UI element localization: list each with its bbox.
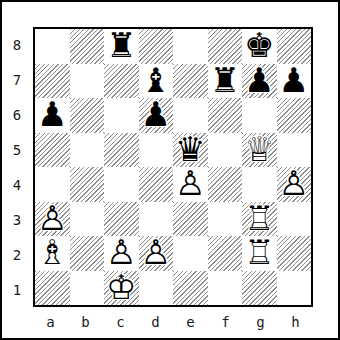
square-a5[interactable] bbox=[35, 133, 70, 168]
piece-silhouette: ♜ bbox=[106, 29, 136, 63]
piece-silhouette: ♟ bbox=[141, 98, 171, 132]
chess-diagram: 87654321 ♜♜♚♚♝♝♜♜♟♟♟♟♟♟♟♟♛♛♛♕♟♙♟♙♟♙♜♖♝♗♟… bbox=[0, 0, 340, 340]
black-queen-icon: ♛ bbox=[175, 132, 205, 166]
square-a2[interactable]: ♝♗ bbox=[35, 236, 70, 271]
piece-silhouette: ♟ bbox=[279, 167, 309, 201]
chess-board: ♜♜♚♚♝♝♜♜♟♟♟♟♟♟♟♟♛♛♛♕♟♙♟♙♟♙♜♖♝♗♟♙♟♙♜♖♚♔ bbox=[33, 27, 313, 307]
square-h3[interactable] bbox=[277, 202, 312, 237]
square-h8[interactable] bbox=[277, 29, 312, 64]
white-pawn-icon: ♙ bbox=[141, 236, 171, 270]
white-queen-icon: ♕ bbox=[244, 132, 274, 166]
rank-label-3: 3 bbox=[4, 202, 30, 237]
rank-labels: 87654321 bbox=[4, 27, 30, 307]
square-g6[interactable] bbox=[242, 98, 277, 133]
white-rook-icon: ♖ bbox=[244, 236, 274, 270]
white-king-icon: ♔ bbox=[106, 270, 136, 304]
square-f2[interactable] bbox=[208, 236, 243, 271]
square-b1[interactable] bbox=[70, 271, 105, 306]
square-g7[interactable]: ♟♟ bbox=[242, 64, 277, 99]
square-e6[interactable] bbox=[173, 98, 208, 133]
piece-white-pawn-a3[interactable]: ♟♙ bbox=[35, 202, 70, 237]
square-h5[interactable] bbox=[277, 133, 312, 168]
piece-silhouette: ♟ bbox=[279, 63, 309, 97]
piece-black-queen-e5[interactable]: ♛♛ bbox=[173, 133, 208, 168]
square-a8[interactable] bbox=[35, 29, 70, 64]
piece-black-bishop-d7[interactable]: ♝♝ bbox=[139, 64, 174, 99]
square-c2[interactable]: ♟♙ bbox=[104, 236, 139, 271]
file-label-e: e bbox=[173, 309, 208, 335]
black-rook-icon: ♜ bbox=[210, 63, 240, 97]
rank-label-5: 5 bbox=[4, 132, 30, 167]
file-label-h: h bbox=[278, 309, 313, 335]
square-a1[interactable] bbox=[35, 271, 70, 306]
rank-label-4: 4 bbox=[4, 167, 30, 202]
piece-silhouette: ♟ bbox=[141, 236, 171, 270]
piece-silhouette: ♜ bbox=[244, 236, 274, 270]
square-e4[interactable]: ♟♙ bbox=[173, 167, 208, 202]
square-a6[interactable]: ♟♟ bbox=[35, 98, 70, 133]
square-c6[interactable] bbox=[104, 98, 139, 133]
file-label-g: g bbox=[243, 309, 278, 335]
piece-white-rook-g2[interactable]: ♜♖ bbox=[242, 236, 277, 271]
square-e3[interactable] bbox=[173, 202, 208, 237]
square-f1[interactable] bbox=[208, 271, 243, 306]
white-pawn-icon: ♙ bbox=[175, 167, 205, 201]
square-b6[interactable] bbox=[70, 98, 105, 133]
piece-black-pawn-h7[interactable]: ♟♟ bbox=[277, 64, 312, 99]
square-c3[interactable] bbox=[104, 202, 139, 237]
piece-white-pawn-h4[interactable]: ♟♙ bbox=[277, 167, 312, 202]
square-f3[interactable] bbox=[208, 202, 243, 237]
square-h2[interactable] bbox=[277, 236, 312, 271]
white-pawn-icon: ♙ bbox=[37, 201, 67, 235]
rank-label-7: 7 bbox=[4, 62, 30, 97]
piece-silhouette: ♟ bbox=[244, 63, 274, 97]
file-label-a: a bbox=[33, 309, 68, 335]
square-g8[interactable]: ♚♚ bbox=[242, 29, 277, 64]
piece-black-pawn-g7[interactable]: ♟♟ bbox=[242, 64, 277, 99]
square-f7[interactable]: ♜♜ bbox=[208, 64, 243, 99]
black-pawn-icon: ♟ bbox=[279, 63, 309, 97]
square-g4[interactable] bbox=[242, 167, 277, 202]
square-f8[interactable] bbox=[208, 29, 243, 64]
black-pawn-icon: ♟ bbox=[141, 98, 171, 132]
piece-silhouette: ♟ bbox=[37, 98, 67, 132]
square-c5[interactable] bbox=[104, 133, 139, 168]
square-a3[interactable]: ♟♙ bbox=[35, 202, 70, 237]
piece-silhouette: ♚ bbox=[244, 29, 274, 63]
black-pawn-icon: ♟ bbox=[37, 98, 67, 132]
square-b7[interactable] bbox=[70, 64, 105, 99]
square-a7[interactable] bbox=[35, 64, 70, 99]
piece-black-rook-c8[interactable]: ♜♜ bbox=[104, 29, 139, 64]
square-h7[interactable]: ♟♟ bbox=[277, 64, 312, 99]
square-f6[interactable] bbox=[208, 98, 243, 133]
piece-silhouette: ♝ bbox=[141, 63, 171, 97]
rank-label-8: 8 bbox=[4, 27, 30, 62]
piece-black-king-g8[interactable]: ♚♚ bbox=[242, 29, 277, 64]
square-e7[interactable] bbox=[173, 64, 208, 99]
piece-white-queen-g5[interactable]: ♛♕ bbox=[242, 133, 277, 168]
rank-label-1: 1 bbox=[4, 272, 30, 307]
square-g2[interactable]: ♜♖ bbox=[242, 236, 277, 271]
square-e8[interactable] bbox=[173, 29, 208, 64]
square-e2[interactable] bbox=[173, 236, 208, 271]
piece-silhouette: ♜ bbox=[210, 63, 240, 97]
square-a4[interactable] bbox=[35, 167, 70, 202]
white-pawn-icon: ♙ bbox=[106, 236, 136, 270]
square-d7[interactable]: ♝♝ bbox=[139, 64, 174, 99]
file-label-d: d bbox=[138, 309, 173, 335]
white-bishop-icon: ♗ bbox=[37, 236, 67, 270]
rank-label-6: 6 bbox=[4, 97, 30, 132]
square-h6[interactable] bbox=[277, 98, 312, 133]
square-d1[interactable] bbox=[139, 271, 174, 306]
rank-label-2: 2 bbox=[4, 237, 30, 272]
piece-black-rook-f7[interactable]: ♜♜ bbox=[208, 64, 243, 99]
square-b2[interactable] bbox=[70, 236, 105, 271]
piece-white-rook-g3[interactable]: ♜♖ bbox=[242, 202, 277, 237]
file-label-f: f bbox=[208, 309, 243, 335]
square-c7[interactable] bbox=[104, 64, 139, 99]
square-d6[interactable]: ♟♟ bbox=[139, 98, 174, 133]
piece-white-king-c1[interactable]: ♚♔ bbox=[104, 271, 139, 306]
square-b8[interactable] bbox=[70, 29, 105, 64]
square-e5[interactable]: ♛♛ bbox=[173, 133, 208, 168]
square-f4[interactable] bbox=[208, 167, 243, 202]
square-f5[interactable] bbox=[208, 133, 243, 168]
white-pawn-icon: ♙ bbox=[279, 167, 309, 201]
black-rook-icon: ♜ bbox=[106, 29, 136, 63]
piece-silhouette: ♚ bbox=[106, 270, 136, 304]
piece-silhouette: ♜ bbox=[244, 201, 274, 235]
square-b3[interactable] bbox=[70, 202, 105, 237]
piece-white-bishop-a2[interactable]: ♝♗ bbox=[35, 236, 70, 271]
file-labels: abcdefgh bbox=[33, 309, 313, 335]
square-h1[interactable] bbox=[277, 271, 312, 306]
square-e1[interactable] bbox=[173, 271, 208, 306]
piece-silhouette: ♟ bbox=[106, 236, 136, 270]
piece-silhouette: ♟ bbox=[37, 201, 67, 235]
square-c8[interactable]: ♜♜ bbox=[104, 29, 139, 64]
square-b5[interactable] bbox=[70, 133, 105, 168]
square-c4[interactable] bbox=[104, 167, 139, 202]
square-b4[interactable] bbox=[70, 167, 105, 202]
piece-white-pawn-c2[interactable]: ♟♙ bbox=[104, 236, 139, 271]
piece-black-pawn-a6[interactable]: ♟♟ bbox=[35, 98, 70, 133]
piece-silhouette: ♟ bbox=[175, 167, 205, 201]
square-g3[interactable]: ♜♖ bbox=[242, 202, 277, 237]
white-rook-icon: ♖ bbox=[244, 201, 274, 235]
black-pawn-icon: ♟ bbox=[244, 63, 274, 97]
piece-black-pawn-d6[interactable]: ♟♟ bbox=[139, 98, 174, 133]
piece-white-pawn-e4[interactable]: ♟♙ bbox=[173, 167, 208, 202]
square-d2[interactable]: ♟♙ bbox=[139, 236, 174, 271]
square-d8[interactable] bbox=[139, 29, 174, 64]
square-c1[interactable]: ♚♔ bbox=[104, 271, 139, 306]
black-bishop-icon: ♝ bbox=[141, 63, 171, 97]
square-d5[interactable] bbox=[139, 133, 174, 168]
black-king-icon: ♚ bbox=[244, 29, 274, 63]
square-g5[interactable]: ♛♕ bbox=[242, 133, 277, 168]
piece-silhouette: ♛ bbox=[244, 132, 274, 166]
square-h4[interactable]: ♟♙ bbox=[277, 167, 312, 202]
square-d3[interactable] bbox=[139, 202, 174, 237]
file-label-b: b bbox=[68, 309, 103, 335]
file-label-c: c bbox=[103, 309, 138, 335]
square-g1[interactable] bbox=[242, 271, 277, 306]
piece-silhouette: ♝ bbox=[37, 236, 67, 270]
piece-silhouette: ♛ bbox=[175, 132, 205, 166]
piece-white-pawn-d2[interactable]: ♟♙ bbox=[139, 236, 174, 271]
square-d4[interactable] bbox=[139, 167, 174, 202]
